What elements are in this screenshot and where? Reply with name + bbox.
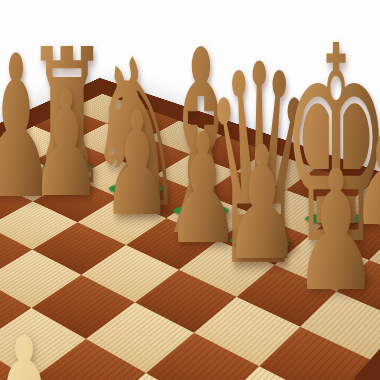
pawn-glyph: ♟ [30, 71, 102, 218]
pawn-glyph: ♟ [293, 148, 380, 315]
pawn-glyph: ♟ [223, 125, 300, 282]
chess-set-photo: ♜ ♞ ♝ ♛ ♚ ♟ ♟ ♟ ♟ ♟ ♟ [0, 0, 380, 380]
pawn-glyph: ♟ [102, 93, 173, 236]
white-pawn-glyph: ♟ [0, 313, 75, 380]
